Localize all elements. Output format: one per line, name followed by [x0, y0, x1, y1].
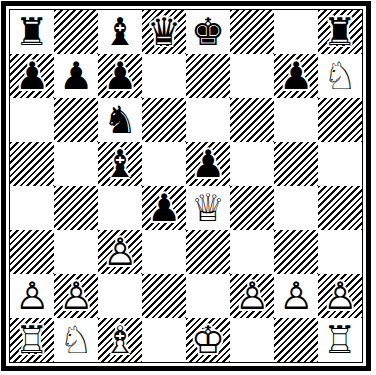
piece-white-bishop: ♝♗	[98, 318, 142, 362]
square-d6[interactable]	[142, 98, 186, 142]
square-e2[interactable]	[186, 274, 230, 318]
square-c5[interactable]: ♝	[98, 142, 142, 186]
white-knight-icon: ♘	[323, 57, 357, 95]
square-e5[interactable]: ♟	[186, 142, 230, 186]
square-b8[interactable]	[54, 10, 98, 54]
square-e4[interactable]: ♛♕	[186, 186, 230, 230]
square-f8[interactable]	[230, 10, 274, 54]
square-b6[interactable]	[54, 98, 98, 142]
white-queen-icon: ♕	[191, 189, 225, 227]
square-a5[interactable]	[10, 142, 54, 186]
square-g2[interactable]: ♟♙	[274, 274, 318, 318]
piece-white-queen: ♛♕	[186, 186, 230, 230]
chess-diagram: ♜♝♛♚♜♟♟♟♟♞♘♞♝♟♟♛♕♟♙♟♙♟♙♟♙♟♙♟♙♜♖♞♘♝♗♚♔♜♖	[1, 1, 371, 371]
square-c7[interactable]: ♟	[98, 54, 142, 98]
square-g7[interactable]: ♟	[274, 54, 318, 98]
black-pawn-icon: ♟	[103, 57, 137, 95]
square-g6[interactable]	[274, 98, 318, 142]
black-rook-icon: ♜	[323, 13, 357, 51]
square-e8[interactable]: ♚	[186, 10, 230, 54]
square-b1[interactable]: ♞♘	[54, 318, 98, 362]
white-bishop-icon: ♗	[103, 321, 137, 359]
square-a4[interactable]	[10, 186, 54, 230]
piece-white-pawn: ♟♙	[98, 230, 142, 274]
black-bishop-icon: ♝	[103, 145, 137, 183]
piece-white-pawn: ♟♙	[230, 274, 274, 318]
square-h1[interactable]: ♜♖	[318, 318, 362, 362]
square-h4[interactable]	[318, 186, 362, 230]
piece-white-knight: ♞♘	[318, 54, 362, 98]
square-c6[interactable]: ♞	[98, 98, 142, 142]
square-f7[interactable]	[230, 54, 274, 98]
square-a1[interactable]: ♜♖	[10, 318, 54, 362]
black-rook-icon: ♜	[15, 13, 49, 51]
piece-white-knight: ♞♘	[54, 318, 98, 362]
white-rook-icon: ♖	[15, 321, 49, 359]
black-pawn-icon: ♟	[15, 57, 49, 95]
piece-white-pawn: ♟♙	[274, 274, 318, 318]
piece-black-rook: ♜	[318, 10, 362, 54]
piece-white-king: ♚♔	[186, 318, 230, 362]
piece-black-pawn: ♟	[142, 186, 186, 230]
piece-white-pawn: ♟♙	[54, 274, 98, 318]
square-h3[interactable]	[318, 230, 362, 274]
square-g4[interactable]	[274, 186, 318, 230]
piece-black-pawn: ♟	[186, 142, 230, 186]
square-h5[interactable]	[318, 142, 362, 186]
square-f6[interactable]	[230, 98, 274, 142]
square-e7[interactable]	[186, 54, 230, 98]
square-f1[interactable]	[230, 318, 274, 362]
square-g3[interactable]	[274, 230, 318, 274]
square-d8[interactable]: ♛	[142, 10, 186, 54]
square-g8[interactable]	[274, 10, 318, 54]
black-pawn-icon: ♟	[191, 145, 225, 183]
white-knight-icon: ♘	[59, 321, 93, 359]
square-f2[interactable]: ♟♙	[230, 274, 274, 318]
piece-white-rook: ♜♖	[10, 318, 54, 362]
piece-black-queen: ♛	[142, 10, 186, 54]
white-pawn-icon: ♙	[15, 277, 49, 315]
piece-black-bishop: ♝	[98, 10, 142, 54]
piece-black-pawn: ♟	[54, 54, 98, 98]
square-b4[interactable]	[54, 186, 98, 230]
square-d5[interactable]	[142, 142, 186, 186]
black-pawn-icon: ♟	[59, 57, 93, 95]
square-g1[interactable]	[274, 318, 318, 362]
piece-black-pawn: ♟	[98, 54, 142, 98]
piece-black-pawn: ♟	[274, 54, 318, 98]
square-c4[interactable]	[98, 186, 142, 230]
square-f3[interactable]	[230, 230, 274, 274]
square-b7[interactable]: ♟	[54, 54, 98, 98]
black-pawn-icon: ♟	[279, 57, 313, 95]
white-pawn-icon: ♙	[279, 277, 313, 315]
square-e1[interactable]: ♚♔	[186, 318, 230, 362]
black-bishop-icon: ♝	[103, 13, 137, 51]
white-rook-icon: ♖	[323, 321, 357, 359]
square-a7[interactable]: ♟	[10, 54, 54, 98]
black-knight-icon: ♞	[103, 101, 137, 139]
white-king-icon: ♔	[191, 321, 225, 359]
piece-black-king: ♚	[186, 10, 230, 54]
black-king-icon: ♚	[191, 13, 225, 51]
square-d3[interactable]	[142, 230, 186, 274]
piece-white-pawn: ♟♙	[10, 274, 54, 318]
white-pawn-icon: ♙	[323, 277, 357, 315]
square-b3[interactable]	[54, 230, 98, 274]
square-f5[interactable]	[230, 142, 274, 186]
square-c2[interactable]	[98, 274, 142, 318]
square-c3[interactable]: ♟♙	[98, 230, 142, 274]
black-pawn-icon: ♟	[147, 189, 181, 227]
piece-black-bishop: ♝	[98, 142, 142, 186]
square-a8[interactable]: ♜	[10, 10, 54, 54]
square-g5[interactable]	[274, 142, 318, 186]
square-f4[interactable]	[230, 186, 274, 230]
piece-black-rook: ♜	[10, 10, 54, 54]
black-queen-icon: ♛	[147, 13, 181, 51]
square-d4[interactable]: ♟	[142, 186, 186, 230]
piece-black-pawn: ♟	[10, 54, 54, 98]
white-pawn-icon: ♙	[59, 277, 93, 315]
chess-board: ♜♝♛♚♜♟♟♟♟♞♘♞♝♟♟♛♕♟♙♟♙♟♙♟♙♟♙♟♙♜♖♞♘♝♗♚♔♜♖	[9, 9, 363, 363]
square-h6[interactable]	[318, 98, 362, 142]
square-h8[interactable]: ♜	[318, 10, 362, 54]
square-a6[interactable]	[10, 98, 54, 142]
piece-white-pawn: ♟♙	[318, 274, 362, 318]
square-c8[interactable]: ♝	[98, 10, 142, 54]
chess-board-frame: ♜♝♛♚♜♟♟♟♟♞♘♞♝♟♟♛♕♟♙♟♙♟♙♟♙♟♙♟♙♜♖♞♘♝♗♚♔♜♖	[1, 1, 371, 371]
square-d2[interactable]	[142, 274, 186, 318]
piece-white-rook: ♜♖	[318, 318, 362, 362]
square-a3[interactable]	[10, 230, 54, 274]
square-a2[interactable]: ♟♙	[10, 274, 54, 318]
square-e3[interactable]	[186, 230, 230, 274]
square-c1[interactable]: ♝♗	[98, 318, 142, 362]
square-h2[interactable]: ♟♙	[318, 274, 362, 318]
square-h7[interactable]: ♞♘	[318, 54, 362, 98]
white-pawn-icon: ♙	[103, 233, 137, 271]
square-b2[interactable]: ♟♙	[54, 274, 98, 318]
square-b5[interactable]	[54, 142, 98, 186]
piece-black-knight: ♞	[98, 98, 142, 142]
square-d7[interactable]	[142, 54, 186, 98]
square-d1[interactable]	[142, 318, 186, 362]
white-pawn-icon: ♙	[235, 277, 269, 315]
square-e6[interactable]	[186, 98, 230, 142]
